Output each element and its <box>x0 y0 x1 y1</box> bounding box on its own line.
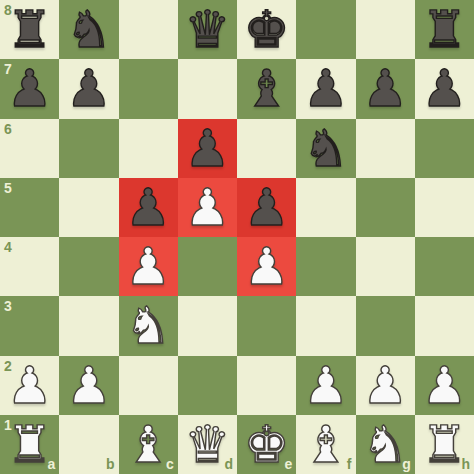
square-g5[interactable] <box>356 178 415 237</box>
square-h7[interactable]: ♟ <box>415 59 474 118</box>
square-d6[interactable]: ♟ <box>178 119 237 178</box>
white-pawn[interactable]: ♟ <box>7 356 53 415</box>
square-b2[interactable]: ♟ <box>59 356 118 415</box>
square-b6[interactable] <box>59 119 118 178</box>
square-b1[interactable]: b <box>59 415 118 474</box>
square-b8[interactable]: ♞ <box>59 0 118 59</box>
black-pawn[interactable]: ♟ <box>125 178 171 237</box>
square-f2[interactable]: ♟ <box>296 356 355 415</box>
square-h5[interactable] <box>415 178 474 237</box>
square-g4[interactable] <box>356 237 415 296</box>
square-a1[interactable]: 1a♜ <box>0 415 59 474</box>
square-h2[interactable]: ♟ <box>415 356 474 415</box>
white-rook[interactable]: ♜ <box>7 415 53 474</box>
square-b5[interactable] <box>59 178 118 237</box>
square-b3[interactable] <box>59 296 118 355</box>
white-pawn[interactable]: ♟ <box>66 356 112 415</box>
square-h8[interactable]: ♜ <box>415 0 474 59</box>
white-bishop[interactable]: ♝ <box>303 415 349 474</box>
white-pawn[interactable]: ♟ <box>185 178 231 237</box>
square-e3[interactable] <box>237 296 296 355</box>
white-pawn[interactable]: ♟ <box>125 237 171 296</box>
square-a2[interactable]: 2♟ <box>0 356 59 415</box>
square-f5[interactable] <box>296 178 355 237</box>
white-knight[interactable]: ♞ <box>125 296 171 355</box>
rank-label-5: 5 <box>4 181 12 195</box>
square-c2[interactable] <box>119 356 178 415</box>
square-d8[interactable]: ♛ <box>178 0 237 59</box>
square-e5[interactable]: ♟ <box>237 178 296 237</box>
square-g2[interactable]: ♟ <box>356 356 415 415</box>
square-f3[interactable] <box>296 296 355 355</box>
square-e1[interactable]: e♚ <box>237 415 296 474</box>
square-g1[interactable]: g♞ <box>356 415 415 474</box>
white-pawn[interactable]: ♟ <box>362 356 408 415</box>
square-c6[interactable] <box>119 119 178 178</box>
square-e7[interactable]: ♝ <box>237 59 296 118</box>
black-rook[interactable]: ♜ <box>7 0 53 59</box>
black-pawn[interactable]: ♟ <box>303 59 349 118</box>
square-c4[interactable]: ♟ <box>119 237 178 296</box>
black-knight[interactable]: ♞ <box>66 0 112 59</box>
square-c8[interactable] <box>119 0 178 59</box>
white-queen[interactable]: ♛ <box>185 415 231 474</box>
square-d1[interactable]: d♛ <box>178 415 237 474</box>
square-f6[interactable]: ♞ <box>296 119 355 178</box>
square-f8[interactable] <box>296 0 355 59</box>
square-c1[interactable]: c♝ <box>119 415 178 474</box>
square-c3[interactable]: ♞ <box>119 296 178 355</box>
square-a6[interactable]: 6 <box>0 119 59 178</box>
square-g8[interactable] <box>356 0 415 59</box>
square-h1[interactable]: h♜ <box>415 415 474 474</box>
square-b7[interactable]: ♟ <box>59 59 118 118</box>
white-pawn[interactable]: ♟ <box>244 237 290 296</box>
square-e2[interactable] <box>237 356 296 415</box>
white-knight[interactable]: ♞ <box>362 415 408 474</box>
square-a3[interactable]: 3 <box>0 296 59 355</box>
square-b4[interactable] <box>59 237 118 296</box>
square-c5[interactable]: ♟ <box>119 178 178 237</box>
white-pawn[interactable]: ♟ <box>303 356 349 415</box>
square-d2[interactable] <box>178 356 237 415</box>
square-g6[interactable] <box>356 119 415 178</box>
square-a8[interactable]: 8♜ <box>0 0 59 59</box>
square-a4[interactable]: 4 <box>0 237 59 296</box>
square-d7[interactable] <box>178 59 237 118</box>
rank-label-4: 4 <box>4 240 12 254</box>
chess-board: 8♜♞♛♚♜7♟♟♝♟♟♟6♟♞5♟♟♟4♟♟3♞2♟♟♟♟♟1a♜bc♝d♛e… <box>0 0 474 474</box>
black-pawn[interactable]: ♟ <box>422 59 468 118</box>
black-pawn[interactable]: ♟ <box>362 59 408 118</box>
file-label-b: b <box>106 457 115 471</box>
rank-label-6: 6 <box>4 122 12 136</box>
square-c7[interactable] <box>119 59 178 118</box>
square-d5[interactable]: ♟ <box>178 178 237 237</box>
black-pawn[interactable]: ♟ <box>185 119 231 178</box>
square-a7[interactable]: 7♟ <box>0 59 59 118</box>
square-h6[interactable] <box>415 119 474 178</box>
square-f4[interactable] <box>296 237 355 296</box>
square-e4[interactable]: ♟ <box>237 237 296 296</box>
square-d4[interactable] <box>178 237 237 296</box>
square-f1[interactable]: f♝ <box>296 415 355 474</box>
black-knight[interactable]: ♞ <box>303 119 349 178</box>
white-pawn[interactable]: ♟ <box>422 356 468 415</box>
square-e8[interactable]: ♚ <box>237 0 296 59</box>
square-h4[interactable] <box>415 237 474 296</box>
square-e6[interactable] <box>237 119 296 178</box>
white-bishop[interactable]: ♝ <box>125 415 171 474</box>
black-pawn[interactable]: ♟ <box>244 178 290 237</box>
black-bishop[interactable]: ♝ <box>244 59 290 118</box>
black-pawn[interactable]: ♟ <box>66 59 112 118</box>
black-pawn[interactable]: ♟ <box>7 59 53 118</box>
square-g7[interactable]: ♟ <box>356 59 415 118</box>
square-d3[interactable] <box>178 296 237 355</box>
rank-label-3: 3 <box>4 299 12 313</box>
black-queen[interactable]: ♛ <box>185 0 231 59</box>
white-king[interactable]: ♚ <box>244 415 290 474</box>
square-a5[interactable]: 5 <box>0 178 59 237</box>
black-rook[interactable]: ♜ <box>422 0 468 59</box>
square-h3[interactable] <box>415 296 474 355</box>
square-g3[interactable] <box>356 296 415 355</box>
square-f7[interactable]: ♟ <box>296 59 355 118</box>
black-king[interactable]: ♚ <box>244 0 290 59</box>
white-rook[interactable]: ♜ <box>422 415 468 474</box>
